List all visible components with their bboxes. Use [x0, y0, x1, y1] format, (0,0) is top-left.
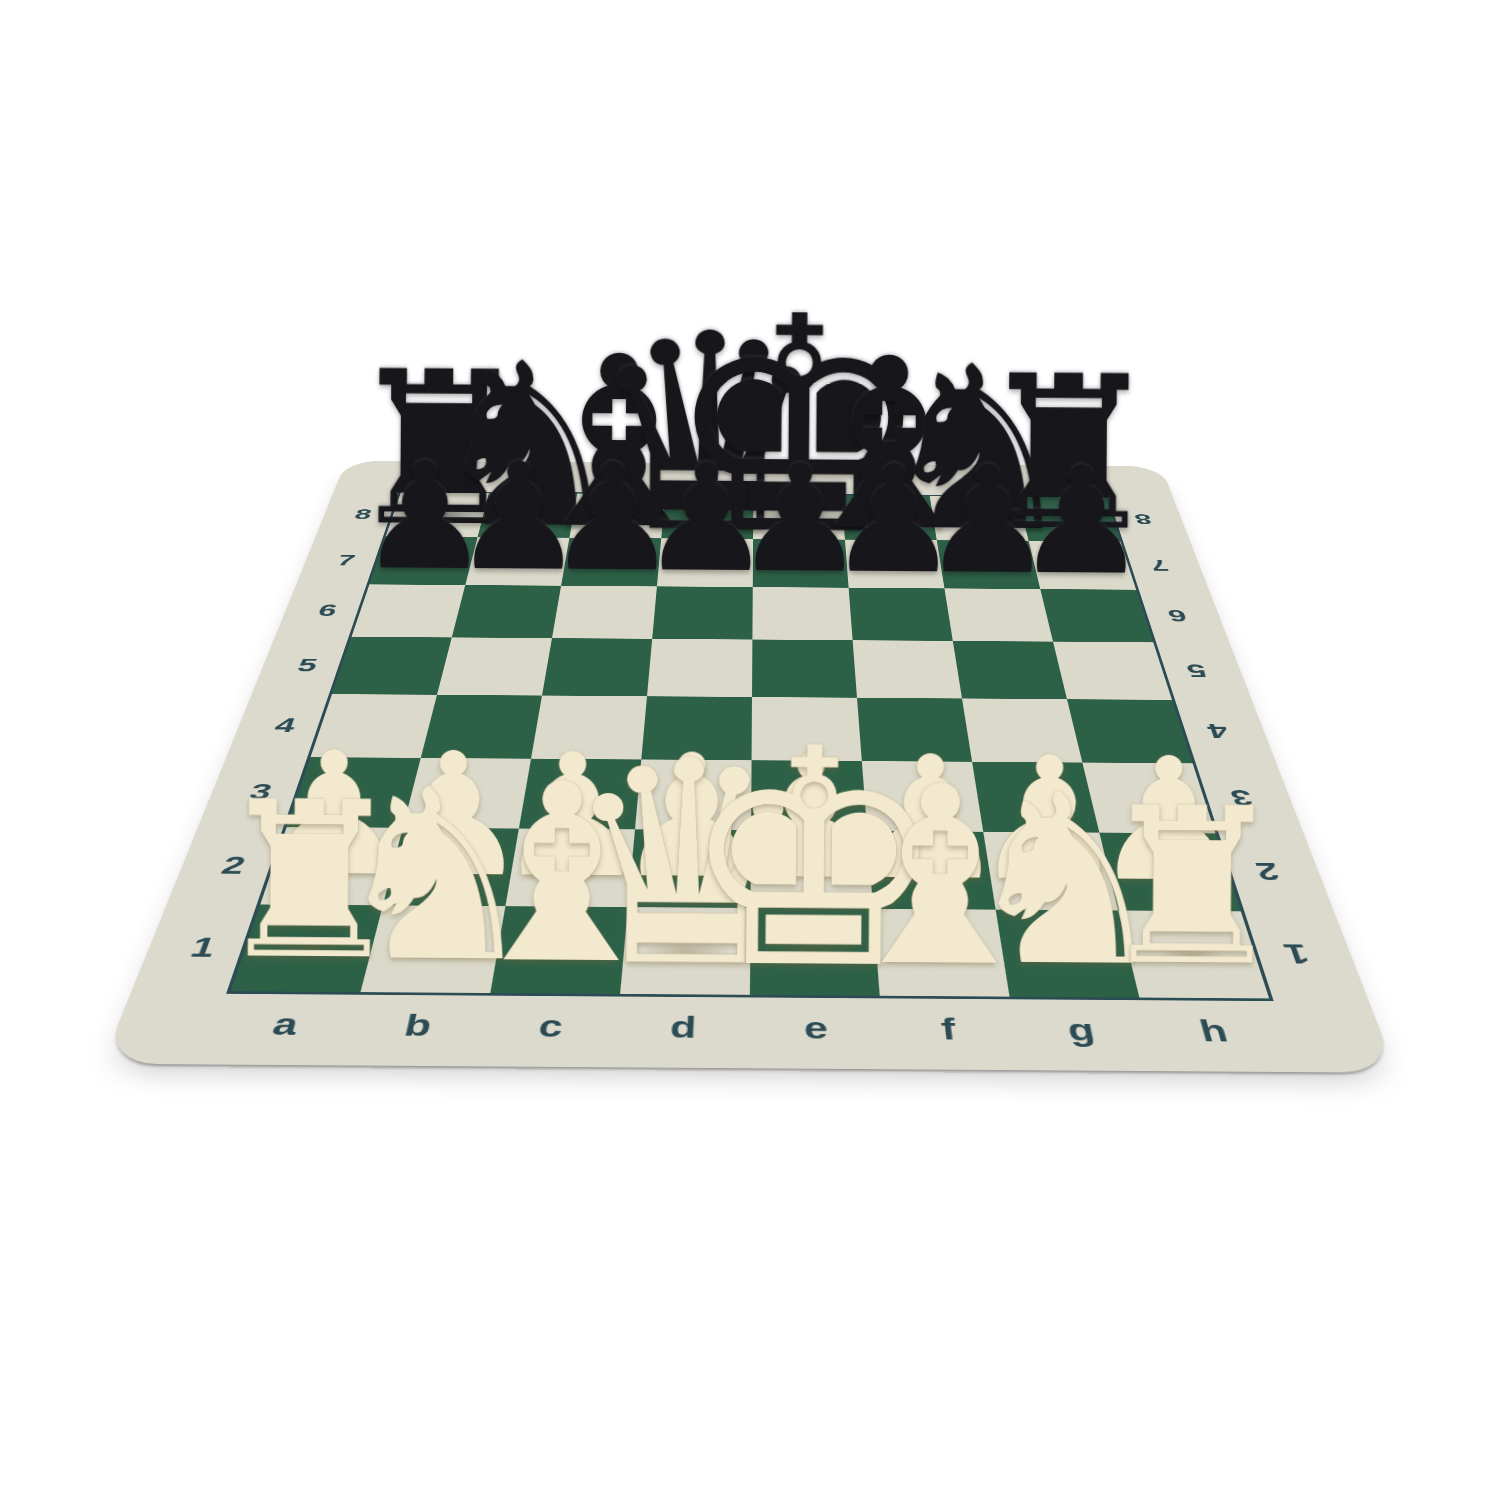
piece-black-pawn-h7[interactable]: ♟	[1015, 446, 1149, 595]
pieces-layer: ♜♞♝♛♚♝♞♜♟♟♟♟♟♟♟♟♟♟♟♟♟♟♟♟♜♞♝♛♚♝♞♜	[0, 0, 1500, 1500]
piece-white-rook-h1[interactable]: ♜	[1094, 780, 1289, 997]
photo-scene: 1122334455667788aabbccddeeffgghh ♜♞♝♛♚♝♞…	[0, 0, 1500, 1500]
